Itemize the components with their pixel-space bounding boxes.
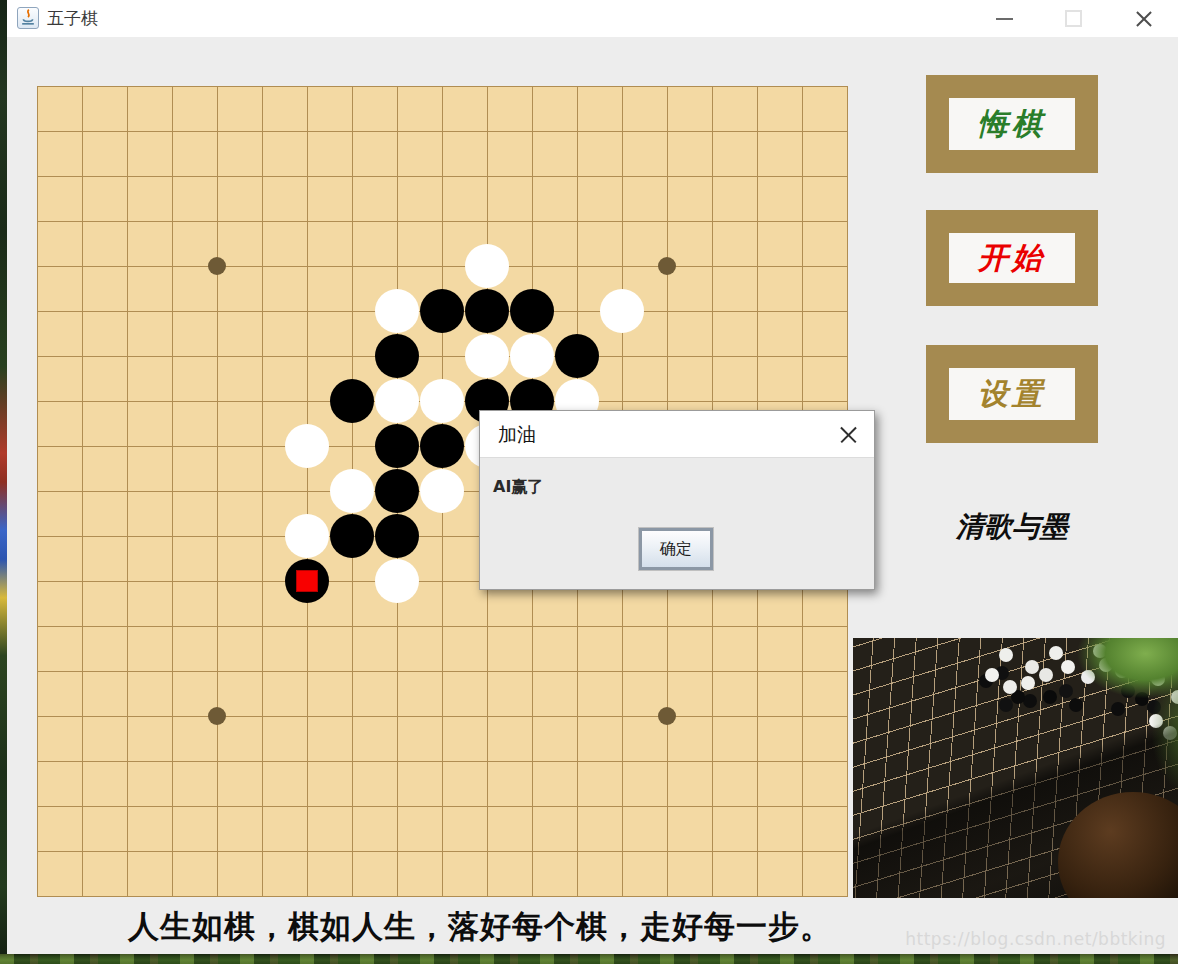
settings-button[interactable]: 设置 (926, 345, 1098, 443)
dialog-ok-button[interactable]: 确定 (639, 528, 713, 570)
stone-white (510, 334, 554, 378)
screen: 五子棋 悔棋 开始 设置 清歌与墨 加油 AI赢了 确定 https://blo… (0, 0, 1178, 964)
stone-black (555, 334, 599, 378)
minimize-button[interactable] (985, 0, 1023, 37)
undo-button[interactable]: 悔棋 (926, 75, 1098, 173)
stone-black (330, 379, 374, 423)
stone-black (465, 289, 509, 333)
stone-white (375, 289, 419, 333)
stone-black (375, 424, 419, 468)
stone-black (375, 514, 419, 558)
desktop-background-bottom-strip (0, 954, 1178, 964)
stone-white (600, 289, 644, 333)
footer-slogan: 人生如棋，棋如人生，落好每个棋，走好每一步。 (70, 906, 890, 948)
star-point (658, 257, 676, 275)
stone-white (285, 424, 329, 468)
stone-white (420, 379, 464, 423)
maximize-button[interactable] (1054, 0, 1092, 37)
stone-white (420, 469, 464, 513)
photo-go-board (853, 638, 1178, 898)
stone-white (375, 559, 419, 603)
java-app-icon (17, 7, 39, 29)
result-dialog: 加油 AI赢了 确定 (479, 410, 875, 590)
dialog-titlebar: 加油 (480, 411, 874, 458)
desktop-background-left-strip (0, 0, 7, 964)
stone-black (375, 469, 419, 513)
close-button[interactable] (1125, 0, 1163, 37)
stone-black (420, 289, 464, 333)
stone-black (285, 559, 329, 603)
stone-white (465, 334, 509, 378)
dialog-close-icon[interactable] (839, 425, 858, 444)
csdn-watermark: https://blog.csdn.net/bbtking (905, 929, 1166, 949)
stone-black (330, 514, 374, 558)
start-button[interactable]: 开始 (926, 210, 1098, 306)
dialog-title: 加油 (498, 411, 536, 457)
maximize-icon (1065, 10, 1082, 27)
star-point (658, 707, 676, 725)
dialog-message: AI赢了 (493, 477, 543, 498)
last-move-marker (296, 570, 318, 592)
stone-white (375, 379, 419, 423)
star-point (208, 707, 226, 725)
stone-white (330, 469, 374, 513)
window-title: 五子棋 (47, 0, 98, 37)
star-point (208, 257, 226, 275)
window-titlebar: 五子棋 (7, 0, 1178, 37)
minimize-icon (996, 18, 1013, 20)
photo-leaves (1023, 638, 1178, 793)
close-icon (1135, 10, 1153, 28)
author-signature: 清歌与墨 (922, 508, 1102, 546)
stone-black (510, 289, 554, 333)
stone-white (285, 514, 329, 558)
stone-white (465, 244, 509, 288)
stone-black (420, 424, 464, 468)
stone-black (375, 334, 419, 378)
